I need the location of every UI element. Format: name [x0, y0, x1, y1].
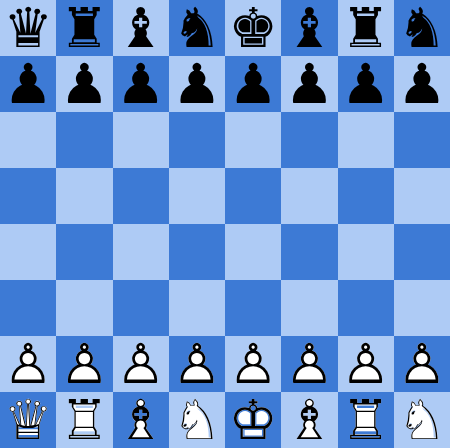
square-d7[interactable]: ♟	[169, 56, 225, 112]
square-c4[interactable]	[113, 224, 169, 280]
piece-white-pawn[interactable]: ♟♙	[56, 336, 112, 392]
white-king-outline-glyph: ♔	[225, 392, 281, 448]
square-e3[interactable]	[225, 280, 281, 336]
piece-black-pawn[interactable]: ♟	[338, 56, 394, 112]
square-b2[interactable]: ♟♙	[56, 336, 112, 392]
square-c7[interactable]: ♟	[113, 56, 169, 112]
square-h1[interactable]: ♞♘	[394, 392, 450, 448]
black-pawn-glyph: ♟	[338, 56, 394, 112]
black-bishop-glyph: ♝	[113, 0, 169, 56]
piece-white-pawn[interactable]: ♟♙	[394, 336, 450, 392]
square-e8[interactable]: ♚	[225, 0, 281, 56]
white-rook-outline-glyph: ♖	[338, 392, 394, 448]
piece-white-pawn[interactable]: ♟♙	[225, 336, 281, 392]
square-f2[interactable]: ♟♙	[281, 336, 337, 392]
white-pawn-outline-glyph: ♙	[225, 336, 281, 392]
square-e1[interactable]: ♚♔	[225, 392, 281, 448]
square-f4[interactable]	[281, 224, 337, 280]
square-a3[interactable]	[0, 280, 56, 336]
square-f8[interactable]: ♝	[281, 0, 337, 56]
piece-white-bishop[interactable]: ♝♗	[113, 392, 169, 448]
black-rook-glyph: ♜	[338, 0, 394, 56]
square-a4[interactable]	[0, 224, 56, 280]
piece-black-queen[interactable]: ♛	[0, 0, 56, 56]
square-g5[interactable]	[338, 168, 394, 224]
square-h3[interactable]	[394, 280, 450, 336]
black-knight-glyph: ♞	[394, 0, 450, 56]
piece-black-pawn[interactable]: ♟	[56, 56, 112, 112]
piece-white-pawn[interactable]: ♟♙	[0, 336, 56, 392]
black-queen-glyph: ♛	[0, 0, 56, 56]
white-pawn-outline-glyph: ♙	[0, 336, 56, 392]
square-b8[interactable]: ♜	[56, 0, 112, 56]
square-b1[interactable]: ♜♖	[56, 392, 112, 448]
black-pawn-glyph: ♟	[56, 56, 112, 112]
square-d2[interactable]: ♟♙	[169, 336, 225, 392]
square-d6[interactable]	[169, 112, 225, 168]
piece-white-pawn[interactable]: ♟♙	[281, 336, 337, 392]
square-a5[interactable]	[0, 168, 56, 224]
square-d8[interactable]: ♞	[169, 0, 225, 56]
square-c2[interactable]: ♟♙	[113, 336, 169, 392]
square-b3[interactable]	[56, 280, 112, 336]
white-pawn-outline-glyph: ♙	[169, 336, 225, 392]
square-g4[interactable]	[338, 224, 394, 280]
square-h4[interactable]	[394, 224, 450, 280]
square-a7[interactable]: ♟	[0, 56, 56, 112]
square-e7[interactable]: ♟	[225, 56, 281, 112]
piece-white-rook[interactable]: ♜♖	[56, 392, 112, 448]
white-knight-outline-glyph: ♘	[169, 392, 225, 448]
square-c8[interactable]: ♝	[113, 0, 169, 56]
square-f5[interactable]	[281, 168, 337, 224]
white-pawn-outline-glyph: ♙	[113, 336, 169, 392]
black-king-glyph: ♚	[225, 0, 281, 56]
piece-white-bishop[interactable]: ♝♗	[281, 392, 337, 448]
square-b5[interactable]	[56, 168, 112, 224]
square-h2[interactable]: ♟♙	[394, 336, 450, 392]
square-g6[interactable]	[338, 112, 394, 168]
piece-black-king[interactable]: ♚	[225, 0, 281, 56]
black-pawn-glyph: ♟	[169, 56, 225, 112]
square-g2[interactable]: ♟♙	[338, 336, 394, 392]
black-knight-glyph: ♞	[169, 0, 225, 56]
piece-black-knight[interactable]: ♞	[169, 0, 225, 56]
piece-white-knight[interactable]: ♞♘	[394, 392, 450, 448]
square-a2[interactable]: ♟♙	[0, 336, 56, 392]
square-d5[interactable]	[169, 168, 225, 224]
piece-white-knight[interactable]: ♞♘	[169, 392, 225, 448]
square-c5[interactable]	[113, 168, 169, 224]
piece-white-pawn[interactable]: ♟♙	[338, 336, 394, 392]
black-pawn-glyph: ♟	[281, 56, 337, 112]
white-rook-outline-glyph: ♖	[56, 392, 112, 448]
piece-black-pawn[interactable]: ♟	[0, 56, 56, 112]
square-f1[interactable]: ♝♗	[281, 392, 337, 448]
piece-black-pawn[interactable]: ♟	[281, 56, 337, 112]
white-bishop-outline-glyph: ♗	[281, 392, 337, 448]
piece-black-pawn[interactable]: ♟	[225, 56, 281, 112]
piece-black-pawn[interactable]: ♟	[394, 56, 450, 112]
square-c6[interactable]	[113, 112, 169, 168]
black-pawn-glyph: ♟	[394, 56, 450, 112]
piece-black-rook[interactable]: ♜	[338, 0, 394, 56]
piece-white-queen[interactable]: ♛♕	[0, 392, 56, 448]
square-d1[interactable]: ♞♘	[169, 392, 225, 448]
square-g3[interactable]	[338, 280, 394, 336]
black-pawn-glyph: ♟	[0, 56, 56, 112]
square-f3[interactable]	[281, 280, 337, 336]
square-b7[interactable]: ♟	[56, 56, 112, 112]
square-e2[interactable]: ♟♙	[225, 336, 281, 392]
square-h8[interactable]: ♞	[394, 0, 450, 56]
square-g7[interactable]: ♟	[338, 56, 394, 112]
piece-white-king[interactable]: ♚♔	[225, 392, 281, 448]
white-pawn-outline-glyph: ♙	[56, 336, 112, 392]
square-h5[interactable]	[394, 168, 450, 224]
square-e5[interactable]	[225, 168, 281, 224]
black-pawn-glyph: ♟	[113, 56, 169, 112]
square-h7[interactable]: ♟	[394, 56, 450, 112]
square-f7[interactable]: ♟	[281, 56, 337, 112]
square-g1[interactable]: ♜♖	[338, 392, 394, 448]
square-b6[interactable]	[56, 112, 112, 168]
square-d3[interactable]	[169, 280, 225, 336]
square-b4[interactable]	[56, 224, 112, 280]
piece-white-pawn[interactable]: ♟♙	[113, 336, 169, 392]
square-a8[interactable]: ♛	[0, 0, 56, 56]
white-pawn-outline-glyph: ♙	[338, 336, 394, 392]
piece-white-rook[interactable]: ♜♖	[338, 392, 394, 448]
piece-black-bishop[interactable]: ♝	[281, 0, 337, 56]
square-h6[interactable]	[394, 112, 450, 168]
piece-black-pawn[interactable]: ♟	[169, 56, 225, 112]
square-c3[interactable]	[113, 280, 169, 336]
white-pawn-outline-glyph: ♙	[394, 336, 450, 392]
square-a6[interactable]	[0, 112, 56, 168]
square-c1[interactable]: ♝♗	[113, 392, 169, 448]
piece-black-rook[interactable]: ♜	[56, 0, 112, 56]
square-e4[interactable]	[225, 224, 281, 280]
piece-white-pawn[interactable]: ♟♙	[169, 336, 225, 392]
square-d4[interactable]	[169, 224, 225, 280]
black-rook-glyph: ♜	[56, 0, 112, 56]
square-e6[interactable]	[225, 112, 281, 168]
black-pawn-glyph: ♟	[225, 56, 281, 112]
chess-board: ♛♜♝♞♚♝♜♞♟♟♟♟♟♟♟♟♟♙♟♙♟♙♟♙♟♙♟♙♟♙♟♙♛♕♜♖♝♗♞♘…	[0, 0, 450, 448]
white-pawn-outline-glyph: ♙	[281, 336, 337, 392]
piece-black-pawn[interactable]: ♟	[113, 56, 169, 112]
white-bishop-outline-glyph: ♗	[113, 392, 169, 448]
black-bishop-glyph: ♝	[281, 0, 337, 56]
piece-black-bishop[interactable]: ♝	[113, 0, 169, 56]
square-a1[interactable]: ♛♕	[0, 392, 56, 448]
white-knight-outline-glyph: ♘	[394, 392, 450, 448]
piece-black-knight[interactable]: ♞	[394, 0, 450, 56]
white-queen-outline-glyph: ♕	[0, 392, 56, 448]
square-g8[interactable]: ♜	[338, 0, 394, 56]
square-f6[interactable]	[281, 112, 337, 168]
